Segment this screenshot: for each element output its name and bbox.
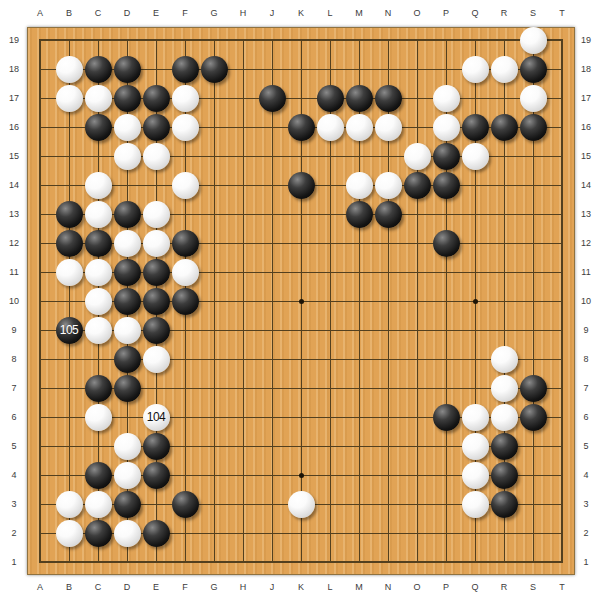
white-stone-E8[interactable] — [143, 346, 170, 373]
coord-number-left-18: 18 — [9, 64, 19, 74]
white-stone-D4[interactable] — [114, 462, 141, 489]
coord-letter-top-L: L — [327, 8, 332, 18]
black-stone-F10[interactable] — [172, 288, 199, 315]
white-stone-M14[interactable] — [346, 172, 373, 199]
black-stone-D17[interactable] — [114, 85, 141, 112]
white-stone-R18[interactable] — [491, 56, 518, 83]
white-stone-N14[interactable] — [375, 172, 402, 199]
grid-line-vertical — [417, 39, 418, 563]
white-stone-C11[interactable] — [85, 259, 112, 286]
black-stone-E16[interactable] — [143, 114, 170, 141]
white-stone-D12[interactable] — [114, 230, 141, 257]
white-stone-F11[interactable] — [172, 259, 199, 286]
coord-letter-bottom-T: T — [559, 582, 565, 592]
black-stone-L17[interactable] — [317, 85, 344, 112]
coord-letter-bottom-H: H — [240, 582, 247, 592]
black-stone-D8[interactable] — [114, 346, 141, 373]
black-stone-C2[interactable] — [85, 520, 112, 547]
coord-number-right-10: 10 — [581, 296, 591, 306]
black-stone-D11[interactable] — [114, 259, 141, 286]
white-stone-R6[interactable] — [491, 404, 518, 431]
coord-number-right-17: 17 — [581, 93, 591, 103]
white-stone-S17[interactable] — [520, 85, 547, 112]
white-stone-B3[interactable] — [56, 491, 83, 518]
black-stone-E9[interactable] — [143, 317, 170, 344]
coord-number-left-14: 14 — [9, 180, 19, 190]
white-stone-Q3[interactable] — [462, 491, 489, 518]
white-stone-B17[interactable] — [56, 85, 83, 112]
coord-number-left-6: 6 — [11, 412, 16, 422]
black-stone-P6[interactable] — [433, 404, 460, 431]
grid-line-vertical — [561, 39, 563, 563]
coord-number-left-1: 1 — [11, 557, 16, 567]
black-stone-E4[interactable] — [143, 462, 170, 489]
black-stone-M17[interactable] — [346, 85, 373, 112]
white-stone-D2[interactable] — [114, 520, 141, 547]
coord-number-right-5: 5 — [583, 441, 588, 451]
coord-letter-bottom-K: K — [298, 582, 304, 592]
coord-letter-bottom-Q: Q — [471, 582, 478, 592]
coord-number-left-11: 11 — [9, 267, 18, 277]
white-stone-P17[interactable] — [433, 85, 460, 112]
black-stone-R5[interactable] — [491, 433, 518, 460]
black-stone-M13[interactable] — [346, 201, 373, 228]
coord-number-right-4: 4 — [583, 470, 588, 480]
black-stone-Q16[interactable] — [462, 114, 489, 141]
black-stone-D3[interactable] — [114, 491, 141, 518]
white-stone-C3[interactable] — [85, 491, 112, 518]
black-stone-G18[interactable] — [201, 56, 228, 83]
black-stone-K14[interactable] — [288, 172, 315, 199]
white-stone-E6[interactable]: 104 — [143, 404, 170, 431]
black-stone-S7[interactable] — [520, 375, 547, 402]
white-stone-Q15[interactable] — [462, 143, 489, 170]
white-stone-C14[interactable] — [85, 172, 112, 199]
white-stone-C10[interactable] — [85, 288, 112, 315]
white-stone-D5[interactable] — [114, 433, 141, 460]
coord-letter-bottom-R: R — [501, 582, 508, 592]
black-stone-R3[interactable] — [491, 491, 518, 518]
black-stone-E10[interactable] — [143, 288, 170, 315]
coord-letter-top-D: D — [124, 8, 131, 18]
grid-line-horizontal — [39, 561, 563, 563]
coord-letter-bottom-C: C — [95, 582, 102, 592]
coord-number-left-8: 8 — [11, 354, 16, 364]
white-stone-C6[interactable] — [85, 404, 112, 431]
coord-letter-bottom-L: L — [327, 582, 332, 592]
white-stone-M16[interactable] — [346, 114, 373, 141]
coord-number-right-19: 19 — [581, 35, 591, 45]
coord-number-left-5: 5 — [11, 441, 16, 451]
coord-letter-top-T: T — [559, 8, 565, 18]
coord-number-left-15: 15 — [9, 151, 19, 161]
black-stone-E11[interactable] — [143, 259, 170, 286]
move-number-label: 105 — [60, 324, 79, 336]
black-stone-C18[interactable] — [85, 56, 112, 83]
black-stone-P12[interactable] — [433, 230, 460, 257]
white-stone-D15[interactable] — [114, 143, 141, 170]
coord-letter-top-J: J — [270, 8, 275, 18]
coord-letter-bottom-A: A — [37, 582, 43, 592]
white-stone-F17[interactable] — [172, 85, 199, 112]
black-stone-C7[interactable] — [85, 375, 112, 402]
coord-number-right-14: 14 — [581, 180, 591, 190]
coord-number-left-3: 3 — [11, 499, 16, 509]
black-stone-F12[interactable] — [172, 230, 199, 257]
white-stone-Q6[interactable] — [462, 404, 489, 431]
black-stone-S16[interactable] — [520, 114, 547, 141]
coord-letter-bottom-M: M — [355, 582, 363, 592]
white-stone-E13[interactable] — [143, 201, 170, 228]
coord-number-left-4: 4 — [11, 470, 16, 480]
black-stone-J17[interactable] — [259, 85, 286, 112]
coord-number-left-12: 12 — [9, 238, 19, 248]
black-stone-R16[interactable] — [491, 114, 518, 141]
white-stone-D9[interactable] — [114, 317, 141, 344]
white-stone-Q5[interactable] — [462, 433, 489, 460]
white-stone-O15[interactable] — [404, 143, 431, 170]
coord-number-left-2: 2 — [11, 528, 16, 538]
coord-letter-top-E: E — [153, 8, 159, 18]
black-stone-B12[interactable] — [56, 230, 83, 257]
coord-letter-bottom-D: D — [124, 582, 131, 592]
white-stone-B11[interactable] — [56, 259, 83, 286]
coord-letter-bottom-P: P — [443, 582, 449, 592]
coord-number-left-17: 17 — [9, 93, 19, 103]
coord-number-left-16: 16 — [9, 122, 19, 132]
black-stone-C4[interactable] — [85, 462, 112, 489]
white-stone-R7[interactable] — [491, 375, 518, 402]
coord-number-left-9: 9 — [11, 325, 16, 335]
coord-letter-bottom-S: S — [530, 582, 536, 592]
coord-letter-bottom-F: F — [182, 582, 188, 592]
black-stone-N13[interactable] — [375, 201, 402, 228]
black-stone-O14[interactable] — [404, 172, 431, 199]
coord-number-right-6: 6 — [583, 412, 588, 422]
coord-number-right-2: 2 — [583, 528, 588, 538]
coord-number-right-11: 11 — [581, 267, 590, 277]
coord-letter-bottom-B: B — [66, 582, 72, 592]
black-stone-B9[interactable]: 105 — [56, 317, 83, 344]
coord-letter-top-Q: Q — [471, 8, 478, 18]
white-stone-E15[interactable] — [143, 143, 170, 170]
coord-letter-top-S: S — [530, 8, 536, 18]
coord-number-right-7: 7 — [583, 383, 588, 393]
coord-letter-top-P: P — [443, 8, 449, 18]
white-stone-C17[interactable] — [85, 85, 112, 112]
white-stone-R8[interactable] — [491, 346, 518, 373]
coord-letter-bottom-N: N — [385, 582, 392, 592]
white-stone-L16[interactable] — [317, 114, 344, 141]
black-stone-F18[interactable] — [172, 56, 199, 83]
star-point-K4 — [299, 473, 304, 478]
coord-letter-top-C: C — [95, 8, 102, 18]
coord-number-right-9: 9 — [583, 325, 588, 335]
black-stone-S6[interactable] — [520, 404, 547, 431]
black-stone-P15[interactable] — [433, 143, 460, 170]
coord-letter-bottom-J: J — [270, 582, 275, 592]
coord-letter-top-G: G — [210, 8, 217, 18]
coord-number-right-18: 18 — [581, 64, 591, 74]
coord-letter-top-B: B — [66, 8, 72, 18]
coord-number-right-13: 13 — [581, 209, 591, 219]
white-stone-P16[interactable] — [433, 114, 460, 141]
coord-letter-bottom-G: G — [210, 582, 217, 592]
black-stone-D18[interactable] — [114, 56, 141, 83]
black-stone-C12[interactable] — [85, 230, 112, 257]
white-stone-K3[interactable] — [288, 491, 315, 518]
coord-letter-top-R: R — [501, 8, 508, 18]
white-stone-C9[interactable] — [85, 317, 112, 344]
white-stone-C13[interactable] — [85, 201, 112, 228]
black-stone-K16[interactable] — [288, 114, 315, 141]
coord-number-right-8: 8 — [583, 354, 588, 364]
white-stone-Q4[interactable] — [462, 462, 489, 489]
black-stone-E5[interactable] — [143, 433, 170, 460]
white-stone-S19[interactable] — [520, 27, 547, 54]
coord-letter-bottom-E: E — [153, 582, 159, 592]
coord-number-right-3: 3 — [583, 499, 588, 509]
coord-number-right-15: 15 — [581, 151, 591, 161]
black-stone-D10[interactable] — [114, 288, 141, 315]
black-stone-E17[interactable] — [143, 85, 170, 112]
coord-number-right-12: 12 — [581, 238, 591, 248]
white-stone-N16[interactable] — [375, 114, 402, 141]
black-stone-N17[interactable] — [375, 85, 402, 112]
coord-letter-top-N: N — [385, 8, 392, 18]
black-stone-R4[interactable] — [491, 462, 518, 489]
white-stone-B2[interactable] — [56, 520, 83, 547]
coord-number-right-16: 16 — [581, 122, 591, 132]
black-stone-E2[interactable] — [143, 520, 170, 547]
white-stone-F16[interactable] — [172, 114, 199, 141]
black-stone-C16[interactable] — [85, 114, 112, 141]
coord-letter-bottom-O: O — [413, 582, 420, 592]
black-stone-D7[interactable] — [114, 375, 141, 402]
white-stone-E12[interactable] — [143, 230, 170, 257]
coord-letter-top-M: M — [355, 8, 363, 18]
white-stone-F14[interactable] — [172, 172, 199, 199]
white-stone-Q18[interactable] — [462, 56, 489, 83]
black-stone-S18[interactable] — [520, 56, 547, 83]
star-point-K10 — [299, 299, 304, 304]
coord-letter-top-O: O — [413, 8, 420, 18]
coord-number-left-10: 10 — [9, 296, 19, 306]
white-stone-B18[interactable] — [56, 56, 83, 83]
move-number-label: 104 — [147, 411, 166, 423]
black-stone-D13[interactable] — [114, 201, 141, 228]
coord-number-right-1: 1 — [583, 557, 588, 567]
go-diagram: 105104AABBCCDDEEFFGGHHJJKKLLMMNNOOPPQQRR… — [0, 0, 600, 600]
coord-letter-top-F: F — [182, 8, 188, 18]
black-stone-B13[interactable] — [56, 201, 83, 228]
black-stone-F3[interactable] — [172, 491, 199, 518]
star-point-Q10 — [473, 299, 478, 304]
coord-letter-top-H: H — [240, 8, 247, 18]
coord-number-left-13: 13 — [9, 209, 19, 219]
black-stone-P14[interactable] — [433, 172, 460, 199]
coord-number-left-19: 19 — [9, 35, 19, 45]
coord-letter-top-K: K — [298, 8, 304, 18]
coord-letter-top-A: A — [37, 8, 43, 18]
white-stone-D16[interactable] — [114, 114, 141, 141]
coord-number-left-7: 7 — [11, 383, 16, 393]
